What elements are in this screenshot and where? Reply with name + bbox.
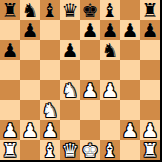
square-e1[interactable]: ♚︎ [80,140,100,160]
piece-black-queen[interactable]: ♛︎ [61,0,78,20]
square-h3[interactable] [140,100,160,120]
square-b1[interactable] [20,140,40,160]
piece-white-pawn[interactable]: ♟︎ [81,80,98,100]
square-c3[interactable]: ♞︎ [40,100,60,120]
square-c1[interactable]: ♝︎ [40,140,60,160]
piece-black-knight[interactable]: ♞︎ [101,40,118,60]
square-a1[interactable]: ♜︎ [0,140,20,160]
piece-white-king[interactable]: ♚︎ [81,140,98,160]
square-f8[interactable]: ♝︎ [100,0,120,20]
piece-white-bishop[interactable]: ♝︎ [101,140,118,160]
square-d7[interactable] [60,20,80,40]
piece-white-queen[interactable]: ♛︎ [61,140,78,160]
piece-black-pawn[interactable]: ♟︎ [101,20,118,40]
square-a5[interactable] [0,60,20,80]
square-b5[interactable] [20,60,40,80]
square-a8[interactable]: ♜︎ [0,0,20,20]
square-a2[interactable]: ♟︎ [0,120,20,140]
square-f6[interactable]: ♞︎ [100,40,120,60]
piece-white-pawn[interactable]: ♟︎ [1,120,18,140]
square-f4[interactable]: ♟︎ [100,80,120,100]
piece-white-pawn[interactable]: ♟︎ [141,120,158,140]
square-d1[interactable]: ♛︎ [60,140,80,160]
square-b3[interactable] [20,100,40,120]
square-g8[interactable] [120,0,140,20]
piece-white-pawn[interactable]: ♟︎ [121,120,138,140]
square-g5[interactable] [120,60,140,80]
square-c8[interactable]: ♝︎ [40,0,60,20]
piece-black-knight[interactable]: ♞︎ [21,0,38,20]
piece-black-pawn[interactable]: ♟︎ [1,40,18,60]
square-f1[interactable]: ♝︎ [100,140,120,160]
square-d8[interactable]: ♛︎ [60,0,80,20]
piece-white-pawn[interactable]: ♟︎ [41,120,58,140]
square-h8[interactable]: ♜︎ [140,0,160,20]
square-c6[interactable] [40,40,60,60]
piece-white-knight[interactable]: ♞︎ [41,100,58,120]
square-c2[interactable]: ♟︎ [40,120,60,140]
square-b4[interactable] [20,80,40,100]
square-c7[interactable] [40,20,60,40]
piece-black-rook[interactable]: ♜︎ [1,0,18,20]
square-d5[interactable] [60,60,80,80]
square-e5[interactable] [80,60,100,80]
piece-black-bishop[interactable]: ♝︎ [41,0,58,20]
square-d4[interactable]: ♞︎ [60,80,80,100]
square-a4[interactable] [0,80,20,100]
square-b6[interactable] [20,40,40,60]
piece-white-pawn[interactable]: ♟︎ [101,80,118,100]
square-h6[interactable] [140,40,160,60]
square-h2[interactable]: ♟︎ [140,120,160,140]
piece-black-king[interactable]: ♚︎ [81,0,98,20]
square-d2[interactable] [60,120,80,140]
square-b7[interactable]: ♟︎ [20,20,40,40]
square-h1[interactable]: ♜︎ [140,140,160,160]
square-e2[interactable] [80,120,100,140]
square-h7[interactable]: ♟︎ [140,20,160,40]
square-g7[interactable]: ♟︎ [120,20,140,40]
square-b8[interactable]: ♞︎ [20,0,40,20]
square-g6[interactable] [120,40,140,60]
square-d6[interactable]: ♟︎ [60,40,80,60]
piece-black-rook[interactable]: ♜︎ [141,0,158,20]
square-e8[interactable]: ♚︎ [80,0,100,20]
square-c4[interactable] [40,80,60,100]
square-f7[interactable]: ♟︎ [100,20,120,40]
square-f5[interactable] [100,60,120,80]
square-h5[interactable] [140,60,160,80]
square-d3[interactable] [60,100,80,120]
piece-black-pawn[interactable]: ♟︎ [121,20,138,40]
square-f3[interactable] [100,100,120,120]
piece-white-pawn[interactable]: ♟︎ [21,120,38,140]
square-f2[interactable] [100,120,120,140]
chess-board: ♜︎♞︎♝︎♛︎♚︎♝︎♜︎♟︎♟︎♟︎♟︎♟︎♟︎♟︎♞︎♞︎♟︎♟︎♞︎♟︎… [0,0,160,160]
piece-black-pawn[interactable]: ♟︎ [81,20,98,40]
square-e3[interactable] [80,100,100,120]
board-frame: ♜︎♞︎♝︎♛︎♚︎♝︎♜︎♟︎♟︎♟︎♟︎♟︎♟︎♟︎♞︎♞︎♟︎♟︎♞︎♟︎… [0,0,162,162]
square-c5[interactable] [40,60,60,80]
piece-white-rook[interactable]: ♜︎ [1,140,18,160]
square-e4[interactable]: ♟︎ [80,80,100,100]
piece-black-pawn[interactable]: ♟︎ [21,20,38,40]
square-b2[interactable]: ♟︎ [20,120,40,140]
square-e6[interactable] [80,40,100,60]
square-h4[interactable] [140,80,160,100]
square-g2[interactable]: ♟︎ [120,120,140,140]
square-e7[interactable]: ♟︎ [80,20,100,40]
square-g1[interactable] [120,140,140,160]
piece-black-bishop[interactable]: ♝︎ [101,0,118,20]
square-g4[interactable] [120,80,140,100]
square-a7[interactable] [0,20,20,40]
square-a3[interactable] [0,100,20,120]
piece-black-pawn[interactable]: ♟︎ [141,20,158,40]
piece-black-pawn[interactable]: ♟︎ [61,40,78,60]
square-g3[interactable] [120,100,140,120]
piece-white-knight[interactable]: ♞︎ [61,80,78,100]
square-a6[interactable]: ♟︎ [0,40,20,60]
piece-white-rook[interactable]: ♜︎ [141,140,158,160]
piece-white-bishop[interactable]: ♝︎ [41,140,58,160]
